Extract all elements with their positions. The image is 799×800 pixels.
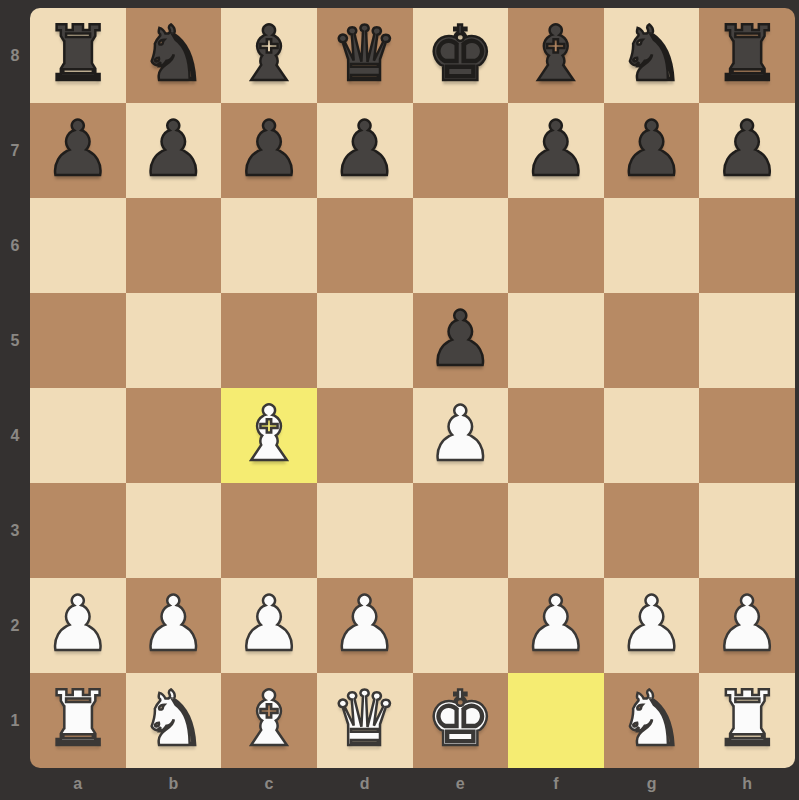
white-pawn[interactable]: ♟ [426, 396, 494, 472]
square-c2[interactable]: ♟ [221, 578, 317, 673]
white-pawn[interactable]: ♟ [235, 586, 303, 662]
file-label-c: c [221, 768, 317, 800]
rank-label-7: 7 [0, 103, 30, 198]
square-a3[interactable] [30, 483, 126, 578]
rank-labels: 87654321 [0, 8, 30, 768]
square-e1[interactable]: ♚ [413, 673, 509, 768]
square-e2[interactable] [413, 578, 509, 673]
square-g7[interactable]: ♟ [604, 103, 700, 198]
square-g8[interactable]: ♞ [604, 8, 700, 103]
square-h1[interactable]: ♜ [699, 673, 795, 768]
black-rook[interactable]: ♜ [44, 16, 112, 92]
square-h2[interactable]: ♟ [699, 578, 795, 673]
square-a7[interactable]: ♟ [30, 103, 126, 198]
square-g1[interactable]: ♞ [604, 673, 700, 768]
rank-label-3: 3 [0, 483, 30, 578]
file-label-b: b [126, 768, 222, 800]
square-f4[interactable] [508, 388, 604, 483]
black-knight[interactable]: ♞ [139, 16, 207, 92]
square-g3[interactable] [604, 483, 700, 578]
square-d6[interactable] [317, 198, 413, 293]
file-label-g: g [604, 768, 700, 800]
file-label-a: a [30, 768, 126, 800]
square-f7[interactable]: ♟ [508, 103, 604, 198]
square-b6[interactable] [126, 198, 222, 293]
rank-label-1: 1 [0, 673, 30, 768]
square-e5[interactable]: ♟ [413, 293, 509, 388]
square-d2[interactable]: ♟ [317, 578, 413, 673]
black-king[interactable]: ♚ [426, 16, 494, 92]
square-f1[interactable] [508, 673, 604, 768]
white-pawn[interactable]: ♟ [617, 586, 685, 662]
square-a2[interactable]: ♟ [30, 578, 126, 673]
black-pawn[interactable]: ♟ [44, 111, 112, 187]
rank-label-8: 8 [0, 8, 30, 103]
square-e3[interactable] [413, 483, 509, 578]
square-e6[interactable] [413, 198, 509, 293]
square-g5[interactable] [604, 293, 700, 388]
square-b7[interactable]: ♟ [126, 103, 222, 198]
square-c6[interactable] [221, 198, 317, 293]
white-pawn[interactable]: ♟ [522, 586, 590, 662]
rank-label-5: 5 [0, 293, 30, 388]
square-d5[interactable] [317, 293, 413, 388]
square-f6[interactable] [508, 198, 604, 293]
black-pawn[interactable]: ♟ [139, 111, 207, 187]
black-bishop[interactable]: ♝ [235, 16, 303, 92]
square-b8[interactable]: ♞ [126, 8, 222, 103]
square-c7[interactable]: ♟ [221, 103, 317, 198]
square-d1[interactable]: ♛ [317, 673, 413, 768]
black-pawn[interactable]: ♟ [331, 111, 399, 187]
black-queen[interactable]: ♛ [331, 16, 399, 92]
square-e4[interactable]: ♟ [413, 388, 509, 483]
square-h6[interactable] [699, 198, 795, 293]
rank-label-4: 4 [0, 388, 30, 483]
square-e8[interactable]: ♚ [413, 8, 509, 103]
white-bishop[interactable]: ♝ [235, 681, 303, 757]
black-pawn[interactable]: ♟ [713, 111, 781, 187]
white-rook[interactable]: ♜ [713, 681, 781, 757]
square-f3[interactable] [508, 483, 604, 578]
square-g6[interactable] [604, 198, 700, 293]
square-h4[interactable] [699, 388, 795, 483]
square-c4[interactable]: ♝ [221, 388, 317, 483]
square-b5[interactable] [126, 293, 222, 388]
square-a8[interactable]: ♜ [30, 8, 126, 103]
square-f8[interactable]: ♝ [508, 8, 604, 103]
square-d4[interactable] [317, 388, 413, 483]
file-labels: abcdefgh [30, 768, 795, 800]
black-pawn[interactable]: ♟ [522, 111, 590, 187]
square-c5[interactable] [221, 293, 317, 388]
white-knight[interactable]: ♞ [617, 681, 685, 757]
black-pawn[interactable]: ♟ [426, 301, 494, 377]
file-label-e: e [413, 768, 509, 800]
square-d8[interactable]: ♛ [317, 8, 413, 103]
square-e7[interactable] [413, 103, 509, 198]
white-rook[interactable]: ♜ [44, 681, 112, 757]
white-pawn[interactable]: ♟ [139, 586, 207, 662]
white-pawn[interactable]: ♟ [331, 586, 399, 662]
square-g4[interactable] [604, 388, 700, 483]
square-f2[interactable]: ♟ [508, 578, 604, 673]
file-label-d: d [317, 768, 413, 800]
square-h3[interactable] [699, 483, 795, 578]
rank-label-2: 2 [0, 578, 30, 673]
white-pawn[interactable]: ♟ [44, 586, 112, 662]
square-h8[interactable]: ♜ [699, 8, 795, 103]
square-a5[interactable] [30, 293, 126, 388]
square-a4[interactable] [30, 388, 126, 483]
black-rook[interactable]: ♜ [713, 16, 781, 92]
black-knight[interactable]: ♞ [617, 16, 685, 92]
square-c3[interactable] [221, 483, 317, 578]
square-g2[interactable]: ♟ [604, 578, 700, 673]
square-h7[interactable]: ♟ [699, 103, 795, 198]
square-f5[interactable] [508, 293, 604, 388]
chess-app-frame: 87654321 ♜♞♝♛♚♝♞♜♟♟♟♟♟♟♟♟♝♟♟♟♟♟♟♟♟♜♞♝♛♚♞… [0, 0, 799, 800]
black-pawn[interactable]: ♟ [617, 111, 685, 187]
white-king[interactable]: ♚ [426, 681, 494, 757]
white-pawn[interactable]: ♟ [713, 586, 781, 662]
square-b1[interactable]: ♞ [126, 673, 222, 768]
square-b4[interactable] [126, 388, 222, 483]
square-d7[interactable]: ♟ [317, 103, 413, 198]
white-knight[interactable]: ♞ [139, 681, 207, 757]
rank-label-6: 6 [0, 198, 30, 293]
square-a1[interactable]: ♜ [30, 673, 126, 768]
square-b3[interactable] [126, 483, 222, 578]
chess-board[interactable]: ♜♞♝♛♚♝♞♜♟♟♟♟♟♟♟♟♝♟♟♟♟♟♟♟♟♜♞♝♛♚♞♜ [30, 8, 795, 768]
square-c8[interactable]: ♝ [221, 8, 317, 103]
square-a6[interactable] [30, 198, 126, 293]
white-queen[interactable]: ♛ [331, 681, 399, 757]
square-d3[interactable] [317, 483, 413, 578]
square-h5[interactable] [699, 293, 795, 388]
file-label-f: f [508, 768, 604, 800]
file-label-h: h [699, 768, 795, 800]
square-c1[interactable]: ♝ [221, 673, 317, 768]
black-pawn[interactable]: ♟ [235, 111, 303, 187]
square-b2[interactable]: ♟ [126, 578, 222, 673]
black-bishop[interactable]: ♝ [522, 16, 590, 92]
white-bishop[interactable]: ♝ [235, 396, 303, 472]
